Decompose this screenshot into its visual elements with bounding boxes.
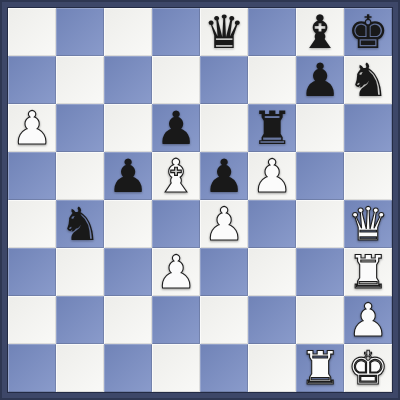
black-pawn[interactable]: ♟: [152, 104, 200, 152]
square-f8[interactable]: [248, 8, 296, 56]
square-c3[interactable]: [104, 248, 152, 296]
white-pawn[interactable]: ♟: [152, 248, 200, 296]
white-pawn[interactable]: ♟: [200, 200, 248, 248]
black-knight[interactable]: ♞: [56, 200, 104, 248]
square-c7[interactable]: [104, 56, 152, 104]
black-pawn[interactable]: ♟: [104, 152, 152, 200]
white-pawn[interactable]: ♟: [344, 296, 392, 344]
square-g6[interactable]: [296, 104, 344, 152]
square-b6[interactable]: [56, 104, 104, 152]
black-queen[interactable]: ♛: [200, 8, 248, 56]
square-g7[interactable]: ♟: [296, 56, 344, 104]
black-knight[interactable]: ♞: [344, 56, 392, 104]
square-e4[interactable]: ♟: [200, 200, 248, 248]
square-a2[interactable]: [8, 296, 56, 344]
square-h2[interactable]: ♟: [344, 296, 392, 344]
square-c2[interactable]: [104, 296, 152, 344]
black-pawn[interactable]: ♟: [200, 152, 248, 200]
square-g3[interactable]: [296, 248, 344, 296]
black-king[interactable]: ♚: [344, 8, 392, 56]
square-f5[interactable]: ♟: [248, 152, 296, 200]
white-pawn[interactable]: ♟: [248, 152, 296, 200]
square-d8[interactable]: [152, 8, 200, 56]
square-a1[interactable]: [8, 344, 56, 392]
square-f6[interactable]: ♜: [248, 104, 296, 152]
white-rook[interactable]: ♜: [344, 248, 392, 296]
square-g8[interactable]: ♝: [296, 8, 344, 56]
square-h5[interactable]: [344, 152, 392, 200]
square-b1[interactable]: [56, 344, 104, 392]
square-g2[interactable]: [296, 296, 344, 344]
white-bishop[interactable]: ♝: [152, 152, 200, 200]
square-f4[interactable]: [248, 200, 296, 248]
square-a6[interactable]: ♟: [8, 104, 56, 152]
square-a4[interactable]: [8, 200, 56, 248]
white-queen[interactable]: ♛: [344, 200, 392, 248]
black-pawn[interactable]: ♟: [296, 56, 344, 104]
square-c1[interactable]: [104, 344, 152, 392]
square-f1[interactable]: [248, 344, 296, 392]
square-e8[interactable]: ♛: [200, 8, 248, 56]
square-c5[interactable]: ♟: [104, 152, 152, 200]
square-d3[interactable]: ♟: [152, 248, 200, 296]
square-a3[interactable]: [8, 248, 56, 296]
square-e2[interactable]: [200, 296, 248, 344]
square-e5[interactable]: ♟: [200, 152, 248, 200]
square-a5[interactable]: [8, 152, 56, 200]
square-h6[interactable]: [344, 104, 392, 152]
square-f7[interactable]: [248, 56, 296, 104]
square-b3[interactable]: [56, 248, 104, 296]
square-f3[interactable]: [248, 248, 296, 296]
square-g4[interactable]: [296, 200, 344, 248]
square-d1[interactable]: [152, 344, 200, 392]
square-g5[interactable]: [296, 152, 344, 200]
square-e7[interactable]: [200, 56, 248, 104]
square-h4[interactable]: ♛: [344, 200, 392, 248]
white-pawn[interactable]: ♟: [8, 104, 56, 152]
square-c4[interactable]: [104, 200, 152, 248]
square-e3[interactable]: [200, 248, 248, 296]
square-d4[interactable]: [152, 200, 200, 248]
square-e6[interactable]: [200, 104, 248, 152]
square-g1[interactable]: ♜: [296, 344, 344, 392]
square-d5[interactable]: ♝: [152, 152, 200, 200]
chess-board-frame: ♛♝♚♟♞♟♟♜♟♝♟♟♞♟♛♟♜♟♜♚: [0, 0, 400, 400]
square-f2[interactable]: [248, 296, 296, 344]
white-rook[interactable]: ♜: [296, 344, 344, 392]
chess-board: ♛♝♚♟♞♟♟♜♟♝♟♟♞♟♛♟♜♟♜♚: [8, 8, 392, 392]
white-king[interactable]: ♚: [344, 344, 392, 392]
square-c6[interactable]: [104, 104, 152, 152]
square-h3[interactable]: ♜: [344, 248, 392, 296]
black-bishop[interactable]: ♝: [296, 8, 344, 56]
square-h8[interactable]: ♚: [344, 8, 392, 56]
square-d7[interactable]: [152, 56, 200, 104]
square-h1[interactable]: ♚: [344, 344, 392, 392]
square-a8[interactable]: [8, 8, 56, 56]
square-b8[interactable]: [56, 8, 104, 56]
black-rook[interactable]: ♜: [248, 104, 296, 152]
square-b2[interactable]: [56, 296, 104, 344]
square-b4[interactable]: ♞: [56, 200, 104, 248]
square-d6[interactable]: ♟: [152, 104, 200, 152]
square-c8[interactable]: [104, 8, 152, 56]
square-b5[interactable]: [56, 152, 104, 200]
square-d2[interactable]: [152, 296, 200, 344]
square-a7[interactable]: [8, 56, 56, 104]
square-b7[interactable]: [56, 56, 104, 104]
square-h7[interactable]: ♞: [344, 56, 392, 104]
square-e1[interactable]: [200, 344, 248, 392]
